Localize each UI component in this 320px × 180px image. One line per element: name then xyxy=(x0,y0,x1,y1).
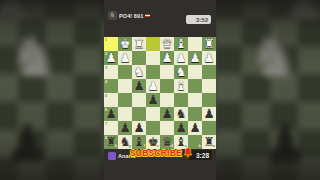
square-f6[interactable] xyxy=(132,107,146,121)
square-h3[interactable]: 3 xyxy=(104,65,118,79)
square-h5[interactable]: 5 xyxy=(104,93,118,107)
white-knight[interactable]: ♞ xyxy=(174,65,188,79)
square-g4[interactable] xyxy=(118,79,132,93)
square-g6[interactable] xyxy=(118,107,132,121)
file-label-h: h xyxy=(115,144,117,148)
file-label-b: b xyxy=(199,144,201,148)
square-f1[interactable]: ♜ xyxy=(132,37,146,51)
square-a2[interactable]: ♟ xyxy=(202,51,216,65)
square-c2[interactable]: ♟ xyxy=(174,51,188,65)
square-d5[interactable] xyxy=(160,93,174,107)
top-player-clock: 3:52 xyxy=(186,15,211,24)
square-e7[interactable] xyxy=(146,121,160,135)
square-b7[interactable]: ♟ xyxy=(188,121,202,135)
bell-icon xyxy=(183,147,193,158)
square-g1[interactable]: ♚ xyxy=(118,37,132,51)
square-c3[interactable]: ♞ xyxy=(174,65,188,79)
white-pawn[interactable]: ♟ xyxy=(160,51,174,65)
square-b6[interactable] xyxy=(188,107,202,121)
square-f5[interactable] xyxy=(132,93,146,107)
white-bishop[interactable]: ♝ xyxy=(174,79,188,93)
square-d4[interactable] xyxy=(160,79,174,93)
white-rook[interactable]: ♜ xyxy=(132,37,146,51)
square-f2[interactable] xyxy=(132,51,146,65)
square-g3[interactable] xyxy=(118,65,132,79)
top-player-name: PO4! 891 xyxy=(119,13,143,19)
white-pawn[interactable]: ♟ xyxy=(202,51,216,65)
video-frame: ♜ ♞ ♟ ♜ ♞ ♟ ♞ PO4! 891 3:52 1♚♜♛♝♜♟2♟♟♟♟… xyxy=(0,0,320,180)
bottom-player-avatar[interactable] xyxy=(108,152,116,160)
black-pawn[interactable]: ♟ xyxy=(132,121,146,135)
square-h7[interactable]: 7 xyxy=(104,121,118,135)
chess-board[interactable]: 1♚♜♛♝♜♟2♟♟♟♟♟3♞♞4♟♟♝5♟♟6♟♞♟7♟♟♟♟♜8h♞g♝f♚… xyxy=(104,37,216,149)
square-e2[interactable] xyxy=(146,51,160,65)
rank-label-8: 8 xyxy=(105,136,107,140)
square-g2[interactable]: ♟ xyxy=(118,51,132,65)
subscribe-overlay[interactable]: SUBSCRIBE xyxy=(130,147,193,158)
white-pawn[interactable]: ♟ xyxy=(118,51,132,65)
white-king[interactable]: ♚ xyxy=(118,37,132,51)
rank-label-3: 3 xyxy=(105,66,107,70)
square-a8[interactable]: ♜a xyxy=(202,135,216,149)
square-b2[interactable]: ♟ xyxy=(188,51,202,65)
square-c7[interactable]: ♟ xyxy=(174,121,188,135)
top-player-info: ♞ PO4! 891 xyxy=(108,11,150,20)
square-h8[interactable]: ♜8h xyxy=(104,135,118,149)
square-h6[interactable]: ♟6 xyxy=(104,107,118,121)
square-c6[interactable]: ♞ xyxy=(174,107,188,121)
black-pawn[interactable]: ♟ xyxy=(174,121,188,135)
black-pawn[interactable]: ♟ xyxy=(188,121,202,135)
black-pawn[interactable]: ♟ xyxy=(132,79,146,93)
square-f4[interactable]: ♟ xyxy=(132,79,146,93)
square-d6[interactable]: ♟ xyxy=(160,107,174,121)
square-d1[interactable]: ♛ xyxy=(160,37,174,51)
square-c1[interactable]: ♝ xyxy=(174,37,188,51)
square-e5[interactable]: ♟ xyxy=(146,93,160,107)
rank-label-7: 7 xyxy=(105,122,107,126)
square-f3[interactable]: ♞ xyxy=(132,65,146,79)
black-pawn[interactable]: ♟ xyxy=(118,121,132,135)
square-d2[interactable]: ♟ xyxy=(160,51,174,65)
square-b1[interactable] xyxy=(188,37,202,51)
white-knight[interactable]: ♞ xyxy=(132,65,146,79)
square-e1[interactable] xyxy=(146,37,160,51)
square-a7[interactable] xyxy=(202,121,216,135)
square-b4[interactable] xyxy=(188,79,202,93)
square-b3[interactable] xyxy=(188,65,202,79)
rank-label-2: 2 xyxy=(105,52,107,56)
white-pawn[interactable]: ♟ xyxy=(146,79,160,93)
white-rook[interactable]: ♜ xyxy=(202,37,216,51)
square-a6[interactable]: ♟ xyxy=(202,107,216,121)
square-h2[interactable]: ♟2 xyxy=(104,51,118,65)
subscribe-label: SUBSCRIBE xyxy=(130,148,182,158)
square-h4[interactable]: 4 xyxy=(104,79,118,93)
square-d7[interactable] xyxy=(160,121,174,135)
white-pawn[interactable]: ♟ xyxy=(174,51,188,65)
white-queen[interactable]: ♛ xyxy=(160,37,174,51)
rank-label-1: 1 xyxy=(105,38,107,42)
square-g5[interactable] xyxy=(118,93,132,107)
square-d3[interactable] xyxy=(160,65,174,79)
white-bishop[interactable]: ♝ xyxy=(174,37,188,51)
square-a4[interactable] xyxy=(202,79,216,93)
rank-label-5: 5 xyxy=(105,94,107,98)
square-g7[interactable]: ♟ xyxy=(118,121,132,135)
top-player-avatar[interactable]: ♞ xyxy=(108,11,117,20)
square-c5[interactable] xyxy=(174,93,188,107)
square-c4[interactable]: ♝ xyxy=(174,79,188,93)
black-knight[interactable]: ♞ xyxy=(174,107,188,121)
square-e6[interactable] xyxy=(146,107,160,121)
square-b5[interactable] xyxy=(188,93,202,107)
file-label-a: a xyxy=(213,144,215,148)
white-pawn[interactable]: ♟ xyxy=(188,51,202,65)
black-pawn[interactable]: ♟ xyxy=(202,107,216,121)
square-e3[interactable] xyxy=(146,65,160,79)
rank-label-4: 4 xyxy=(105,80,107,84)
rank-label-6: 6 xyxy=(105,108,107,112)
black-pawn[interactable]: ♟ xyxy=(160,107,174,121)
country-flag-icon xyxy=(145,14,150,18)
square-a5[interactable] xyxy=(202,93,216,107)
black-pawn[interactable]: ♟ xyxy=(146,93,160,107)
square-f7[interactable]: ♟ xyxy=(132,121,146,135)
square-a1[interactable]: ♜ xyxy=(202,37,216,51)
square-e4[interactable]: ♟ xyxy=(146,79,160,93)
square-h1[interactable]: 1 xyxy=(104,37,118,51)
square-a3[interactable] xyxy=(202,65,216,79)
